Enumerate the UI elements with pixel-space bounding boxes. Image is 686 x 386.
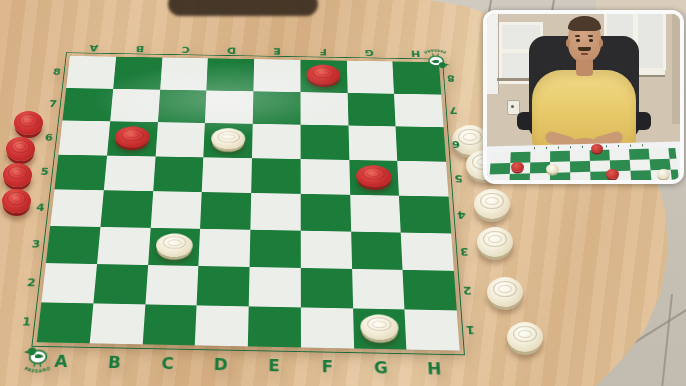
file-label-top-F: F — [300, 43, 346, 61]
rank-label-right-5: 5 — [446, 161, 472, 197]
square-E3[interactable] — [250, 229, 301, 268]
square-G8[interactable] — [346, 61, 394, 94]
board-grid: ABCDEFGH8877665544332211ABCDEFGH — [7, 39, 489, 386]
square-C5[interactable] — [153, 156, 204, 192]
square-A2[interactable] — [41, 263, 96, 303]
mini-red-piece — [591, 144, 603, 153]
square-H7[interactable] — [394, 93, 443, 127]
square-D4[interactable] — [200, 192, 251, 229]
square-B6[interactable] — [107, 121, 158, 156]
file-label-top-B: B — [116, 40, 163, 58]
square-H4[interactable] — [399, 196, 451, 233]
file-label-top-G: G — [346, 44, 393, 62]
square-C1[interactable] — [142, 304, 197, 345]
square-B4[interactable] — [100, 190, 152, 227]
square-B8[interactable] — [113, 57, 162, 90]
presenter-eye — [576, 39, 580, 42]
presenter-hair — [568, 16, 601, 31]
square-F5[interactable] — [300, 159, 349, 195]
presenter-eyebrow — [575, 35, 580, 37]
square-D3[interactable] — [199, 228, 251, 267]
square-D6[interactable] — [204, 123, 253, 158]
presenter-ear — [599, 39, 603, 47]
square-D7[interactable] — [205, 90, 253, 124]
brand-logo-bird-rotated: PASSAROTE — [417, 44, 455, 71]
file-label-bottom-F: F — [301, 347, 355, 386]
square-A8[interactable] — [66, 56, 116, 89]
square-B2[interactable] — [93, 264, 147, 304]
rank-label-right-3: 3 — [451, 233, 478, 271]
square-E4[interactable] — [250, 193, 300, 230]
piece-red-B6[interactable] — [114, 127, 150, 149]
square-G4[interactable] — [350, 195, 401, 232]
file-label-top-A: A — [70, 39, 118, 56]
square-G7[interactable] — [347, 93, 396, 127]
square-D2[interactable] — [197, 266, 250, 306]
square-F7[interactable] — [300, 92, 348, 126]
square-B7[interactable] — [110, 88, 160, 122]
square-F3[interactable] — [301, 230, 352, 269]
square-C8[interactable] — [160, 58, 208, 91]
square-E2[interactable] — [249, 267, 301, 307]
square-F6[interactable] — [300, 125, 349, 160]
square-H2[interactable] — [403, 270, 457, 310]
file-label-top-C: C — [162, 41, 209, 59]
file-label-bottom-G: G — [354, 348, 409, 386]
rank-label-right-4: 4 — [449, 197, 476, 234]
square-A1[interactable] — [37, 302, 93, 343]
square-F1[interactable] — [301, 307, 354, 349]
square-G1[interactable] — [353, 308, 407, 350]
square-F4[interactable] — [300, 194, 350, 231]
white-reserve-piece-3[interactable] — [474, 189, 510, 219]
square-C2[interactable] — [145, 265, 199, 305]
piece-white-G1[interactable] — [360, 314, 399, 340]
mini-white-piece — [546, 164, 559, 174]
webcam-overlay — [483, 10, 684, 184]
piece-red-G5[interactable] — [356, 165, 392, 187]
square-D5[interactable] — [202, 157, 252, 193]
rank-label-right-2: 2 — [454, 271, 482, 311]
square-C7[interactable] — [158, 89, 207, 123]
square-B1[interactable] — [89, 303, 145, 344]
rank-label-right-1: 1 — [457, 310, 486, 351]
square-D1[interactable] — [195, 305, 249, 346]
square-D8[interactable] — [207, 58, 255, 91]
rank-label-right-6: 6 — [444, 127, 470, 162]
white-reserve-piece-6[interactable] — [507, 322, 543, 352]
square-E5[interactable] — [251, 158, 300, 194]
presenter-ear — [566, 39, 570, 47]
piece-red-F8[interactable] — [307, 65, 341, 85]
mini-red-piece — [606, 169, 619, 179]
presenter-mustache — [578, 47, 591, 51]
mat-corner — [460, 351, 489, 386]
square-B5[interactable] — [104, 155, 156, 191]
file-label-bottom-C: C — [140, 344, 195, 383]
square-H6[interactable] — [396, 126, 446, 161]
square-A4[interactable] — [50, 189, 103, 226]
file-label-bottom-B: B — [86, 343, 142, 382]
file-label-bottom-D: D — [193, 345, 248, 384]
file-label-bottom-H: H — [407, 350, 463, 386]
square-F2[interactable] — [301, 268, 353, 308]
white-reserve-piece-5[interactable] — [487, 277, 523, 307]
square-E8[interactable] — [253, 59, 300, 92]
square-G2[interactable] — [352, 269, 405, 309]
piece-white-D6[interactable] — [211, 128, 246, 150]
door-frame — [487, 14, 499, 94]
red-reserve-piece-4[interactable] — [2, 189, 31, 213]
file-label-bottom-E: E — [247, 346, 301, 385]
square-G5[interactable] — [349, 160, 399, 196]
rank-label-right-7: 7 — [441, 94, 466, 127]
brand-logo-bird: PASSAROTE — [15, 344, 61, 380]
mini-red-piece — [511, 162, 524, 172]
checkers-mat: ABCDEFGH8877665544332211ABCDEFGH PASSARO… — [7, 39, 489, 386]
square-A6[interactable] — [59, 120, 110, 155]
square-G6[interactable] — [348, 126, 397, 161]
red-reserve-piece-3[interactable] — [3, 163, 32, 187]
square-A3[interactable] — [46, 226, 100, 264]
mini-white-piece — [657, 169, 670, 179]
square-G3[interactable] — [351, 231, 403, 270]
square-F8[interactable] — [300, 60, 347, 93]
presenter-mouth — [581, 53, 588, 55]
red-reserve-piece-2[interactable] — [6, 137, 35, 161]
square-E1[interactable] — [248, 306, 301, 347]
piece-white-C3[interactable] — [155, 233, 193, 257]
presenter-eyebrow — [588, 35, 593, 37]
wall-corner-shade — [672, 14, 680, 124]
square-C6[interactable] — [155, 122, 205, 157]
file-label-top-D: D — [208, 42, 254, 60]
square-B3[interactable] — [97, 227, 150, 266]
file-label-top-E: E — [254, 42, 300, 60]
square-A7[interactable] — [62, 88, 113, 122]
square-H1[interactable] — [405, 309, 460, 351]
square-E7[interactable] — [253, 91, 301, 125]
square-H3[interactable] — [401, 232, 454, 271]
presenter-eye — [589, 39, 593, 42]
mat-corner — [48, 39, 72, 56]
square-H5[interactable] — [397, 160, 448, 196]
white-reserve-piece-4[interactable] — [477, 227, 513, 257]
floor-grout-line — [661, 294, 673, 386]
square-A5[interactable] — [54, 154, 106, 190]
square-E6[interactable] — [252, 124, 300, 159]
square-C3[interactable] — [148, 227, 201, 266]
square-C4[interactable] — [150, 191, 202, 228]
background-object — [168, 0, 318, 16]
checkers-video-frame: ABCDEFGH8877665544332211ABCDEFGH PASSARO… — [0, 0, 686, 386]
